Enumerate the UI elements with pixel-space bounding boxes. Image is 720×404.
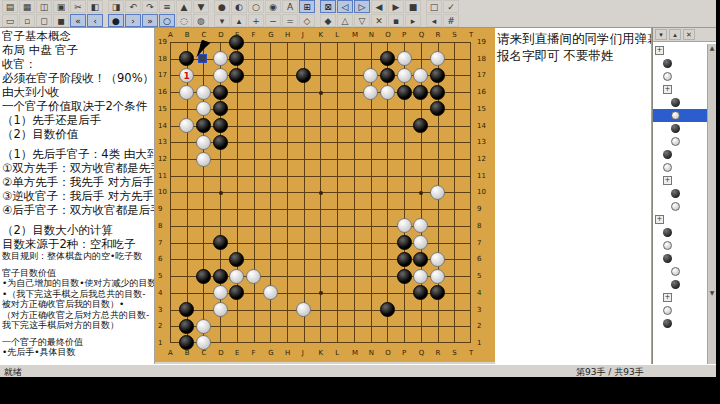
black-stone-icon — [671, 98, 680, 107]
lecture-text-line: •为自己增加的目数•使对方减少的目数 — [2, 278, 154, 289]
lecture-text-line: 一个官子价值取决于2个条件 — [2, 99, 154, 113]
paste-icon[interactable]: ◨ — [108, 0, 124, 13]
board-top-letter: F — [252, 31, 256, 39]
board-icon[interactable]: ◻ — [36, 14, 52, 27]
stone-black-O18[interactable] — [380, 51, 395, 66]
step-back-icon[interactable]: ◂ — [426, 14, 442, 27]
board-bottom-letter: D — [218, 349, 223, 357]
forward-icon[interactable]: ▶ — [388, 0, 404, 13]
board-top-letter: H — [285, 31, 290, 39]
cut-icon[interactable]: ✂ — [70, 0, 86, 13]
board-bottom-letter: S — [452, 349, 456, 357]
app-window: ▤▦◫▣✂◧◨↶↷≡▲▼●◐○◉A⊞⊠◁▷◀▶■□✓ ▭▫◻◼«‹●›»○◌◍▾… — [0, 0, 720, 404]
stone-white-N17[interactable] — [363, 68, 378, 83]
board-bottom-letter: C — [201, 349, 206, 357]
stone-white-P17[interactable] — [397, 68, 412, 83]
redo-icon[interactable]: ↷ — [142, 0, 158, 13]
stone-black-D16[interactable] — [213, 85, 228, 100]
tree-node-black-stone[interactable] — [653, 122, 707, 135]
tree-node-black-stone[interactable] — [653, 226, 707, 239]
lecture-text-line: 被对方正确收官后我的目数）• — [2, 299, 154, 310]
branch-icon: + — [663, 176, 672, 185]
tree-node-white-stone[interactable] — [653, 200, 707, 213]
solid-diamond-icon[interactable]: ◆ — [320, 14, 336, 27]
black-stone-icon — [663, 254, 672, 263]
board-left-number: 5 — [158, 272, 162, 280]
empty-icon[interactable]: □ — [426, 0, 442, 13]
ghost-stone-icon[interactable]: ◌ — [176, 14, 192, 27]
board-top-letter: Q — [419, 31, 425, 39]
stone-black-D7[interactable] — [213, 235, 228, 250]
square-mark-icon[interactable]: ▪ — [388, 14, 404, 27]
stone-black-P7[interactable] — [397, 235, 412, 250]
undo-icon[interactable]: ↶ — [125, 0, 141, 13]
back-icon[interactable]: ◀ — [371, 0, 387, 13]
list-icon[interactable]: ≡ — [159, 0, 175, 13]
lecture-text-line: 官子基本概念 — [2, 29, 154, 43]
stone-black-P6[interactable] — [397, 252, 412, 267]
board-right-number: 2 — [477, 322, 481, 330]
black-stone-icon — [663, 319, 672, 328]
black-stone-icon — [663, 59, 672, 68]
tree-panel-header: ▾▴✕ — [653, 28, 716, 42]
stone-white-D3[interactable] — [213, 302, 228, 317]
board-bottom-letter: A — [168, 349, 173, 357]
stone-black-O17[interactable] — [380, 68, 395, 83]
stone-white-O16[interactable] — [380, 85, 395, 100]
branch-icon: + — [655, 46, 664, 55]
stone-black-P16[interactable] — [397, 85, 412, 100]
board-right-number: 7 — [477, 239, 481, 247]
zoom-out-icon[interactable]: − — [265, 14, 281, 27]
white-stone-icon — [671, 111, 680, 120]
lecture-text-line: ④后手官子：双方收官都是后手 — [2, 203, 154, 217]
tree-scrollbar[interactable]: ▲▼ — [707, 44, 716, 364]
stone-white-P8[interactable] — [397, 218, 412, 233]
first-move-icon[interactable]: « — [70, 14, 86, 27]
save-icon[interactable]: ◫ — [36, 0, 52, 13]
board-left-number: 3 — [158, 306, 162, 314]
white-stone-icon — [671, 202, 680, 211]
play-black-icon[interactable]: ● — [108, 14, 124, 27]
tree-node-branch[interactable]: + — [653, 291, 707, 304]
tree-node-black-stone[interactable] — [653, 57, 707, 70]
lecture-text-line: （2）目数价值 — [2, 127, 154, 141]
board-left-number: 6 — [158, 255, 162, 263]
small-board-icon[interactable]: ▫ — [19, 14, 35, 27]
tree-header-button[interactable]: ▴ — [669, 29, 681, 40]
tree-node-white-stone[interactable] — [653, 304, 707, 317]
stone-black-P5[interactable] — [397, 269, 412, 284]
board-bottom-letter: M — [352, 349, 358, 357]
board-top-letter: K — [318, 31, 323, 39]
prev-move-icon[interactable]: ‹ — [87, 14, 103, 27]
tree-node-black-stone[interactable] — [653, 252, 707, 265]
territory-icon[interactable]: ◍ — [193, 14, 209, 27]
board-top-letter: B — [185, 31, 190, 39]
black-stone-icon — [671, 280, 680, 289]
white-stone-icon — [663, 241, 672, 250]
lecture-text-line: 布局 中盘 官子 — [2, 43, 154, 57]
tree-node-white-stone[interactable] — [653, 70, 707, 83]
stone-black-Q16[interactable] — [413, 85, 428, 100]
stop-icon[interactable]: ■ — [405, 0, 421, 13]
triangle-mark-icon[interactable]: △ — [337, 14, 353, 27]
prev-var-icon[interactable]: ◁ — [337, 0, 353, 13]
lecture-text-line: 我下完这手棋后对方的目数） — [2, 320, 154, 331]
board-top-letter: G — [268, 31, 273, 39]
board-bottom-letter: G — [268, 349, 273, 357]
stone-white-C2[interactable] — [196, 319, 211, 334]
board-top-letter: N — [369, 31, 374, 39]
stone-black-O3[interactable] — [380, 302, 395, 317]
grid-tool-icon[interactable]: ⊞ — [299, 0, 315, 13]
chat-notes-panel: 请来到直播间的同学们用弹幕签到 报名字即可 不要带姓 — [495, 28, 652, 364]
stone-black-R16[interactable] — [430, 85, 445, 100]
alternate-stone-tool-icon[interactable]: ◐ — [231, 0, 247, 13]
window-icon[interactable]: ▭ — [2, 14, 18, 27]
board-left-number: 16 — [158, 88, 167, 96]
board-right-number: 18 — [477, 55, 486, 63]
down-icon[interactable]: ▼ — [193, 0, 209, 13]
label-tool-icon[interactable]: A — [282, 0, 298, 13]
open-file-icon[interactable]: ▦ — [19, 0, 35, 13]
board-right-number: 17 — [477, 71, 486, 79]
black-stone-tool-icon[interactable]: ● — [214, 0, 230, 13]
star-point — [319, 91, 323, 95]
stone-white-N16[interactable] — [363, 85, 378, 100]
lecture-text-line: 一个官子的最终价值 — [2, 337, 154, 348]
board-right-number: 3 — [477, 306, 481, 314]
stone-black-C14[interactable] — [196, 118, 211, 133]
collapse-icon[interactable]: ▾ — [214, 14, 230, 27]
board-bottom-letter: R — [436, 349, 441, 357]
tree-node-white-stone-selected[interactable] — [653, 109, 707, 122]
board-bottom-letter: L — [335, 349, 339, 357]
board-left-number: 12 — [158, 155, 167, 163]
white-stone-icon — [663, 72, 672, 81]
board-left-number: 11 — [158, 172, 167, 180]
tree-node-branch[interactable]: + — [653, 174, 707, 187]
board-right-number: 11 — [477, 172, 486, 180]
white-stone-tool-icon[interactable]: ○ — [248, 0, 264, 13]
tri-down-icon[interactable]: ▽ — [354, 14, 370, 27]
board-left-number: 13 — [158, 138, 167, 146]
stone-black-B2[interactable] — [179, 319, 194, 334]
board-top-letter: A — [168, 31, 173, 39]
lecture-text-line: 必须在官子阶段收！（90%） — [2, 71, 154, 85]
tree-node-branch[interactable]: + — [653, 44, 707, 57]
play-white-icon[interactable]: ○ — [159, 14, 175, 27]
tree-node-white-stone[interactable] — [653, 239, 707, 252]
board-right-number: 14 — [477, 122, 486, 130]
stone-white-F5[interactable] — [246, 269, 261, 284]
board-bottom-letter: N — [369, 349, 374, 357]
black-stone-icon — [671, 189, 680, 198]
step-icon[interactable]: ▸ — [405, 14, 421, 27]
board-top-letter: O — [385, 31, 391, 39]
mark-tool-icon[interactable]: ◉ — [265, 0, 281, 13]
lecture-text-line: ③逆收官子：我后手 对方先手 — [2, 189, 154, 203]
lecture-text-line: （2）目数大小的计算 — [2, 223, 154, 237]
new-file-icon[interactable]: ▤ — [2, 0, 18, 13]
tree-node-white-stone[interactable] — [653, 135, 707, 148]
stone-white-C12[interactable] — [196, 152, 211, 167]
white-stone-icon — [671, 267, 680, 276]
next-var-icon[interactable]: ▷ — [354, 0, 370, 13]
branch-icon: + — [663, 293, 672, 302]
zoom-in-icon[interactable]: + — [248, 14, 264, 27]
tree-node-black-stone[interactable] — [653, 317, 707, 330]
lecture-text-line: 数目规则：整体棋盘内的空•吃子数 — [2, 251, 154, 262]
board-left-number: 2 — [158, 322, 162, 330]
board-left-number: 10 — [158, 188, 167, 196]
board-left-number: 1 — [158, 339, 162, 347]
board-right-number: 4 — [477, 289, 481, 297]
board-right-number: 12 — [477, 155, 486, 163]
board-right-number: 1 — [477, 339, 481, 347]
board-left-number: 18 — [158, 55, 167, 63]
stone-black-D15[interactable] — [213, 101, 228, 116]
chat-line-1: 请来到直播间的同学们用弹幕签到 — [497, 30, 650, 47]
tree-header-button[interactable]: ▾ — [655, 29, 667, 40]
stone-white-D17[interactable] — [213, 68, 228, 83]
ok-icon[interactable]: ✓ — [443, 0, 459, 13]
black-stone-icon — [671, 124, 680, 133]
lecture-text-line: 目数来源于2种：空和吃子 — [2, 237, 154, 251]
board-left-number: 19 — [158, 38, 167, 46]
tree-node-white-stone[interactable] — [653, 265, 707, 278]
tree-node-black-stone[interactable] — [653, 96, 707, 109]
stone-white-D4[interactable] — [213, 285, 228, 300]
stone-black-R17[interactable] — [430, 68, 445, 83]
board-bottom-letter: P — [402, 349, 406, 357]
toolbar-row-2: ▭▫◻◼«‹●›»○◌◍▾▴+−=◇◆△▽✕▪▸◂# — [2, 14, 460, 27]
delete-tool-icon[interactable]: ⊠ — [320, 0, 336, 13]
variation-tree[interactable]: +++++ — [653, 44, 707, 330]
board-right-number: 5 — [477, 272, 481, 280]
copy-icon[interactable]: ◧ — [87, 0, 103, 13]
last-move-icon[interactable]: » — [142, 14, 158, 27]
print-icon[interactable]: ▣ — [53, 0, 69, 13]
board-top-letter: L — [335, 31, 339, 39]
board-right-number: 16 — [477, 88, 486, 96]
board-bottom-letter: B — [185, 349, 190, 357]
board-top-letter: E — [235, 31, 239, 39]
lecture-text-line: 收官： — [2, 57, 154, 71]
expand-icon[interactable]: ▴ — [231, 14, 247, 27]
board-bottom-letter: T — [469, 349, 473, 357]
star-point — [219, 191, 223, 195]
stone-black-D14[interactable] — [213, 118, 228, 133]
stone-black-C5[interactable] — [196, 269, 211, 284]
board-left-number: 8 — [158, 222, 162, 230]
board-top-letter: J — [302, 31, 304, 39]
white-stone-icon — [671, 137, 680, 146]
stone-white-P18[interactable] — [397, 51, 412, 66]
board-bottom-letter: Q — [419, 349, 425, 357]
next-move-icon[interactable]: › — [125, 14, 141, 27]
black-stone-icon — [663, 150, 672, 159]
board-bottom-letter: O — [385, 349, 391, 357]
board-left-number: 17 — [158, 71, 167, 79]
go-software-window: ▤▦◫▣✂◧◨↶↷≡▲▼●◐○◉A⊞⊠◁▷◀▶■□✓ ▭▫◻◼«‹●›»○◌◍▾… — [0, 0, 716, 377]
stone-white-B16[interactable] — [179, 85, 194, 100]
white-stone-icon — [663, 163, 672, 172]
tree-node-branch[interactable]: + — [653, 213, 707, 226]
lecture-text-line: ①双方先手：双方收官都是先手 — [2, 161, 154, 175]
stone-white-R6[interactable] — [430, 252, 445, 267]
lecture-text-line: •（我下完这手棋之后我总共的目数- — [2, 289, 154, 300]
chat-line-2: 报名字即可 不要带姓 — [497, 47, 650, 64]
board-right-number: 13 — [477, 138, 486, 146]
board-top-letter: R — [436, 31, 441, 39]
board-bottom-letter: H — [285, 349, 290, 357]
lecture-text-line: （1）先后手官子：4类 由大到小 — [2, 147, 154, 161]
status-left-text: 就绪 — [4, 366, 22, 379]
toolbar-row-1: ▤▦◫▣✂◧◨↶↷≡▲▼●◐○◉A⊞⊠◁▷◀▶■□✓ — [2, 0, 460, 13]
toolbar: ▤▦◫▣✂◧◨↶↷≡▲▼●◐○◉A⊞⊠◁▷◀▶■□✓ ▭▫◻◼«‹●›»○◌◍▾… — [0, 0, 716, 28]
board-right-number: 15 — [477, 105, 486, 113]
board-right-number: 9 — [477, 205, 481, 213]
status-move-counter: 第93手 / 共93手 — [576, 366, 644, 379]
stone-white-Q5[interactable] — [413, 269, 428, 284]
stone-white-E5[interactable] — [229, 269, 244, 284]
board-top-letter: D — [218, 31, 223, 39]
lecture-text-line: 官子目数价值 — [2, 268, 154, 279]
board-top-letter: S — [452, 31, 456, 39]
board-right-number: 8 — [477, 222, 481, 230]
tree-node-white-stone[interactable] — [653, 161, 707, 174]
up-icon[interactable]: ▲ — [176, 0, 192, 13]
board-grid[interactable]: 1 — [170, 42, 472, 344]
tree-header-button[interactable]: ✕ — [683, 29, 695, 40]
tree-node-branch[interactable]: + — [653, 83, 707, 96]
board-top-letter: T — [469, 31, 473, 39]
lecture-text-line: •先后手•具体目数 — [2, 347, 154, 358]
board-left-number: 15 — [158, 105, 167, 113]
number-icon[interactable]: # — [443, 14, 459, 27]
white-stone-icon — [663, 306, 672, 315]
board-right-number: 10 — [477, 188, 486, 196]
board-top-letter: P — [402, 31, 406, 39]
branch-icon: + — [655, 215, 664, 224]
stone-white-R5[interactable] — [430, 269, 445, 284]
board-left-number: 9 — [158, 205, 162, 213]
board-left-number: 14 — [158, 122, 167, 130]
equal-icon[interactable]: = — [282, 14, 298, 27]
stone-white-C16[interactable] — [196, 85, 211, 100]
lecture-text-line: ②单方先手：我先手 对方后手 — [2, 175, 154, 189]
board-bottom-letter: K — [318, 349, 323, 357]
board-bottom-letter: J — [302, 349, 304, 357]
lecture-notes-panel: 官子基本概念布局 中盘 官子收官：必须在官子阶段收！（90%）由大到小收一个官子… — [0, 28, 155, 364]
go-board[interactable]: 1 AABBCCDDEEFFGGHHJJKKLLMMNNOOPPQQRRSSTT… — [155, 28, 495, 362]
board-right-number: 19 — [477, 38, 486, 46]
board-bottom-letter: F — [252, 349, 256, 357]
black-stone-icon — [663, 228, 672, 237]
star-point — [319, 191, 323, 195]
board-left-number: 4 — [158, 289, 162, 297]
stone-white-R10[interactable] — [430, 185, 445, 200]
branch-icon: + — [663, 85, 672, 94]
board-top-letter: C — [201, 31, 206, 39]
close-icon[interactable]: ✕ — [371, 14, 387, 27]
board-bottom-letter: E — [235, 349, 239, 357]
stone-black-D5[interactable] — [213, 269, 228, 284]
lecture-text-line: （1）先手还是后手 — [2, 113, 154, 127]
stone-white-C13[interactable] — [196, 135, 211, 150]
board-left-number: 7 — [158, 239, 162, 247]
tree-node-black-stone[interactable] — [653, 148, 707, 161]
variation-tree-panel[interactable]: ▾▴✕ +++++ ▲▼ — [652, 28, 716, 364]
tree-node-black-stone[interactable] — [653, 187, 707, 200]
lecture-text-line: 由大到小收 — [2, 85, 154, 99]
diamond-mark-icon[interactable]: ◇ — [299, 14, 315, 27]
board-right-number: 6 — [477, 255, 481, 263]
board-top-letter: M — [352, 31, 358, 39]
tree-node-black-stone[interactable] — [653, 278, 707, 291]
status-bar: 就绪 第93手 / 共93手 — [0, 364, 716, 377]
solid-icon[interactable]: ◼ — [53, 14, 69, 27]
stone-white-D18[interactable] — [213, 51, 228, 66]
stone-black-D13[interactable] — [213, 135, 228, 150]
lecture-text-line: （对方正确收官之后对方总共的目数- — [2, 310, 154, 321]
